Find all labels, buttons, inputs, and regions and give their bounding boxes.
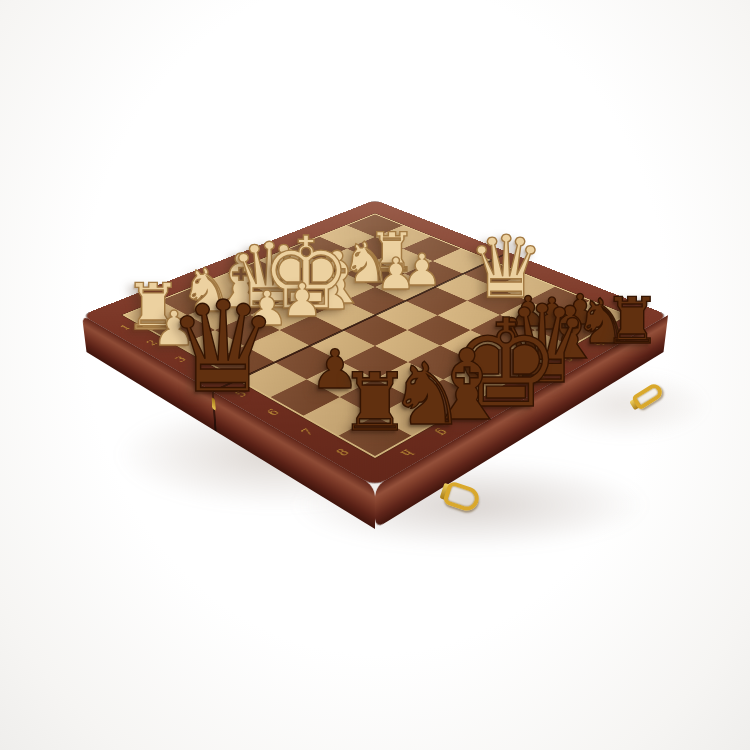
file-label: h xyxy=(397,448,416,459)
file-label: d xyxy=(531,372,548,381)
file-label: b xyxy=(589,339,606,347)
rank-label: 6 xyxy=(265,408,282,417)
rank-label: 8 xyxy=(334,448,352,458)
rank-label: 2 xyxy=(145,339,160,347)
chess-set-product-photo: 12345678 abcdefgh ♜♟♞♝♛♚♟♟♝♟♞♜♟♟♛♛♟♜♞♝♚♛… xyxy=(0,0,750,750)
file-label: f xyxy=(469,409,485,417)
rank-label: 3 xyxy=(173,355,189,363)
file-label: c xyxy=(561,355,578,363)
file-label: e xyxy=(500,390,517,399)
file-label: a xyxy=(616,324,632,331)
hinge-pin-icon xyxy=(211,397,215,411)
rank-label: 7 xyxy=(299,427,317,437)
rank-label: 1 xyxy=(118,324,133,332)
board-top: 12345678 abcdefgh xyxy=(82,200,668,486)
rank-label: 5 xyxy=(233,390,250,399)
rank-label: 4 xyxy=(202,372,218,381)
file-label: g xyxy=(433,427,451,437)
board-perspective: 12345678 abcdefgh xyxy=(0,0,750,750)
folding-chessboard-box: 12345678 abcdefgh xyxy=(87,233,664,530)
